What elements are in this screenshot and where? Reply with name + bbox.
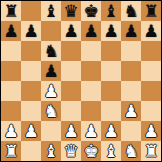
white-king: ♚: [83, 141, 98, 161]
square-c6[interactable]: ♞: [41, 41, 61, 61]
square-e4[interactable]: [81, 81, 101, 101]
square-d5[interactable]: [61, 61, 81, 81]
square-c7[interactable]: [41, 21, 61, 41]
black-rook: ♜: [3, 1, 18, 21]
square-g4[interactable]: [121, 81, 141, 101]
white-knight: ♞: [43, 101, 58, 121]
square-f1[interactable]: ♝: [101, 141, 121, 161]
square-f7[interactable]: ♟: [101, 21, 121, 41]
square-b5[interactable]: [21, 61, 41, 81]
square-b1[interactable]: [21, 141, 41, 161]
black-pawn: ♟: [23, 21, 38, 41]
white-pawn: ♟: [143, 121, 158, 141]
white-bishop: ♝: [43, 141, 58, 161]
square-a2[interactable]: ♟: [1, 121, 21, 141]
black-knight: ♞: [43, 41, 58, 61]
square-b6[interactable]: [21, 41, 41, 61]
white-rook: ♜: [143, 141, 158, 161]
square-h8[interactable]: ♜: [141, 1, 161, 21]
black-knight: ♞: [123, 1, 138, 21]
black-bishop: ♝: [43, 1, 58, 21]
white-queen: ♛: [63, 141, 78, 161]
square-a4[interactable]: [1, 81, 21, 101]
square-c4[interactable]: ♟: [41, 81, 61, 101]
square-d8[interactable]: ♛: [61, 1, 81, 21]
square-d3[interactable]: [61, 101, 81, 121]
square-g8[interactable]: ♞: [121, 1, 141, 21]
white-pawn: ♟: [43, 81, 58, 101]
black-pawn: ♟: [83, 21, 98, 41]
square-h1[interactable]: ♜: [141, 141, 161, 161]
square-h7[interactable]: ♟: [141, 21, 161, 41]
white-pawn: ♟: [63, 121, 78, 141]
square-d7[interactable]: ♟: [61, 21, 81, 41]
square-c2[interactable]: [41, 121, 61, 141]
square-g3[interactable]: ♟: [121, 101, 141, 121]
square-a3[interactable]: [1, 101, 21, 121]
square-a1[interactable]: ♜: [1, 141, 21, 161]
black-pawn: ♟: [3, 21, 18, 41]
square-b3[interactable]: [21, 101, 41, 121]
black-pawn: ♟: [123, 21, 138, 41]
square-d1[interactable]: ♛: [61, 141, 81, 161]
square-b4[interactable]: [21, 81, 41, 101]
square-g7[interactable]: ♟: [121, 21, 141, 41]
black-pawn: ♟: [103, 21, 118, 41]
square-c1[interactable]: ♝: [41, 141, 61, 161]
square-d6[interactable]: [61, 41, 81, 61]
black-pawn: ♟: [63, 21, 78, 41]
square-e6[interactable]: [81, 41, 101, 61]
square-c5[interactable]: ♟: [41, 61, 61, 81]
square-g6[interactable]: [121, 41, 141, 61]
square-c8[interactable]: ♝: [41, 1, 61, 21]
square-h2[interactable]: ♟: [141, 121, 161, 141]
square-g5[interactable]: [121, 61, 141, 81]
square-h6[interactable]: [141, 41, 161, 61]
square-g2[interactable]: [121, 121, 141, 141]
white-knight: ♞: [123, 141, 138, 161]
white-bishop: ♝: [103, 141, 118, 161]
square-f6[interactable]: [101, 41, 121, 61]
square-h4[interactable]: [141, 81, 161, 101]
white-pawn: ♟: [3, 121, 18, 141]
square-f5[interactable]: [101, 61, 121, 81]
square-h3[interactable]: [141, 101, 161, 121]
square-c3[interactable]: ♞: [41, 101, 61, 121]
square-b2[interactable]: ♟: [21, 121, 41, 141]
white-rook: ♜: [3, 141, 18, 161]
square-a6[interactable]: [1, 41, 21, 61]
square-f2[interactable]: ♟: [101, 121, 121, 141]
square-b7[interactable]: ♟: [21, 21, 41, 41]
square-f3[interactable]: [101, 101, 121, 121]
black-pawn: ♟: [43, 61, 58, 81]
square-e3[interactable]: [81, 101, 101, 121]
square-e8[interactable]: ♚: [81, 1, 101, 21]
white-pawn: ♟: [83, 121, 98, 141]
chess-board-frame: ♜♝♛♚♝♞♜♟♟♟♟♟♟♟♞♟♟♞♟♟♟♟♟♟♟♜♝♛♚♝♞♜: [0, 0, 162, 162]
square-h5[interactable]: [141, 61, 161, 81]
square-e5[interactable]: [81, 61, 101, 81]
square-d4[interactable]: [61, 81, 81, 101]
black-rook: ♜: [143, 1, 158, 21]
square-a7[interactable]: ♟: [1, 21, 21, 41]
black-queen: ♛: [63, 1, 78, 21]
square-f4[interactable]: [101, 81, 121, 101]
white-pawn: ♟: [23, 121, 38, 141]
black-pawn: ♟: [143, 21, 158, 41]
square-f8[interactable]: ♝: [101, 1, 121, 21]
chess-board: ♜♝♛♚♝♞♜♟♟♟♟♟♟♟♞♟♟♞♟♟♟♟♟♟♟♜♝♛♚♝♞♜: [1, 1, 161, 161]
square-a5[interactable]: [1, 61, 21, 81]
square-e7[interactable]: ♟: [81, 21, 101, 41]
black-king: ♚: [83, 1, 98, 21]
square-a8[interactable]: ♜: [1, 1, 21, 21]
square-g1[interactable]: ♞: [121, 141, 141, 161]
square-d2[interactable]: ♟: [61, 121, 81, 141]
white-pawn: ♟: [123, 101, 138, 121]
black-bishop: ♝: [103, 1, 118, 21]
square-e1[interactable]: ♚: [81, 141, 101, 161]
square-e2[interactable]: ♟: [81, 121, 101, 141]
white-pawn: ♟: [103, 121, 118, 141]
square-b8[interactable]: [21, 1, 41, 21]
